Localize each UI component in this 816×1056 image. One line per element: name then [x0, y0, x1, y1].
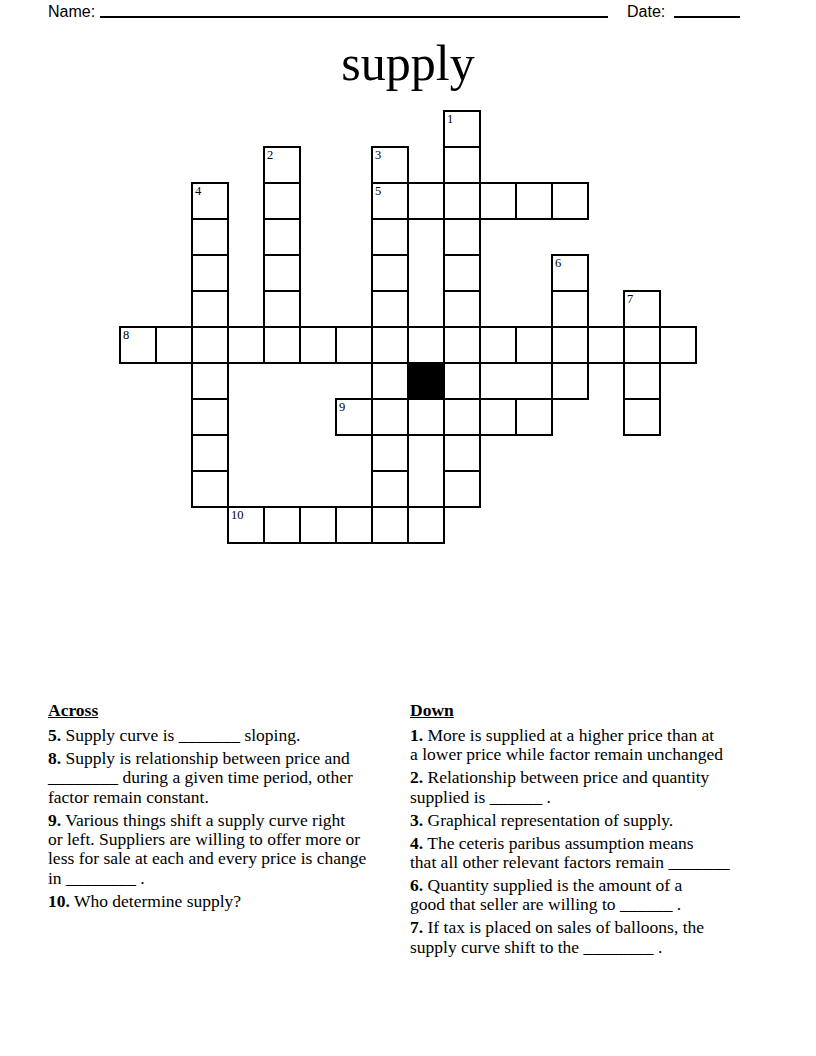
name-blank-line — [100, 16, 608, 18]
clue-number: 7. — [410, 917, 423, 937]
cell-number: 9 — [339, 400, 345, 414]
crossword-grid: 12345678910 — [119, 110, 697, 544]
cell-number: 6 — [555, 256, 561, 270]
cell-r4c12[interactable]: 6 — [551, 254, 589, 292]
clue-number: 3. — [410, 810, 423, 830]
cell-r3c4[interactable] — [263, 218, 301, 256]
cell-r11c8[interactable] — [407, 506, 445, 544]
cell-r10c2[interactable] — [191, 470, 229, 508]
down-clue-2: 2. Relationship between price and quanti… — [410, 768, 792, 807]
across-clues: Across 5. Supply curve is _______ slopin… — [48, 700, 426, 915]
clue-text: Supply is relationship between price and… — [48, 748, 353, 807]
cell-r2c9[interactable] — [443, 182, 481, 220]
cell-r10c9[interactable] — [443, 470, 481, 508]
cell-r1c7[interactable]: 3 — [371, 146, 409, 184]
clue-text: Supply curve is _______ sloping. — [66, 725, 301, 745]
cell-r2c4[interactable] — [263, 182, 301, 220]
cell-r11c6[interactable] — [335, 506, 373, 544]
cell-r8c6[interactable]: 9 — [335, 398, 373, 436]
across-clue-5: 5. Supply curve is _______ sloping. — [48, 726, 426, 745]
clue-text: Quantity supplied is the amount of a goo… — [410, 875, 682, 914]
cell-number: 3 — [375, 148, 381, 162]
cell-r8c8[interactable] — [407, 398, 445, 436]
cell-r9c2[interactable] — [191, 434, 229, 472]
clue-text: Various things shift a supply curve righ… — [48, 810, 366, 888]
down-clue-7: 7. If tax is placed on sales of balloons… — [410, 918, 792, 957]
cell-r6c4[interactable] — [263, 326, 301, 364]
cell-r7c12[interactable] — [551, 362, 589, 400]
cell-r8c11[interactable] — [515, 398, 553, 436]
clue-number: 1. — [410, 725, 423, 745]
across-clue-10: 10. Who determine supply? — [48, 892, 426, 911]
across-heading: Across — [48, 700, 426, 720]
down-clue-1: 1. More is supplied at a higher price th… — [410, 726, 792, 765]
cell-r4c4[interactable] — [263, 254, 301, 292]
cell-r6c0[interactable]: 8 — [119, 326, 157, 364]
cell-number: 2 — [267, 148, 273, 162]
cell-r9c9[interactable] — [443, 434, 481, 472]
cell-r11c4[interactable] — [263, 506, 301, 544]
cell-r5c9[interactable] — [443, 290, 481, 328]
cell-r5c12[interactable] — [551, 290, 589, 328]
cell-r6c5[interactable] — [299, 326, 337, 364]
cell-r6c8[interactable] — [407, 326, 445, 364]
clue-number: 4. — [410, 833, 423, 853]
cell-r7c2[interactable] — [191, 362, 229, 400]
cell-r6c14[interactable] — [623, 326, 661, 364]
cell-r6c1[interactable] — [155, 326, 193, 364]
clue-text: If tax is placed on sales of balloons, t… — [410, 917, 704, 956]
cell-r8c9[interactable] — [443, 398, 481, 436]
cell-r7c14[interactable] — [623, 362, 661, 400]
across-clue-9: 9. Various things shift a supply curve r… — [48, 811, 426, 889]
across-clue-8: 8. Supply is relationship between price … — [48, 749, 426, 807]
clue-text: Who determine supply? — [74, 891, 241, 911]
cell-r8c14[interactable] — [623, 398, 661, 436]
date-label: Date: — [627, 3, 665, 21]
clue-number: 10. — [48, 891, 70, 911]
down-heading: Down — [410, 700, 792, 720]
cell-r5c2[interactable] — [191, 290, 229, 328]
cell-r7c7[interactable] — [371, 362, 409, 400]
cell-r6c13[interactable] — [587, 326, 625, 364]
cell-r6c15[interactable] — [659, 326, 697, 364]
cell-r8c2[interactable] — [191, 398, 229, 436]
cell-r2c7[interactable]: 5 — [371, 182, 409, 220]
cell-number: 1 — [447, 112, 453, 126]
cell-r1c9[interactable] — [443, 146, 481, 184]
cell-number: 4 — [195, 184, 201, 198]
clue-number: 6. — [410, 875, 423, 895]
clue-number: 9. — [48, 810, 61, 830]
cell-r0c9[interactable]: 1 — [443, 110, 481, 148]
date-blank-line — [674, 16, 740, 18]
clue-text: Graphical representation of supply. — [428, 810, 674, 830]
cell-number: 10 — [231, 508, 244, 522]
puzzle-title: supply — [0, 36, 816, 90]
cell-r11c5[interactable] — [299, 506, 337, 544]
cell-r6c10[interactable] — [479, 326, 517, 364]
down-clues-list: 1. More is supplied at a higher price th… — [410, 726, 792, 957]
cell-r6c9[interactable] — [443, 326, 481, 364]
cell-r11c7[interactable] — [371, 506, 409, 544]
cell-r7c10[interactable] — [479, 362, 553, 400]
cell-r4c7[interactable] — [371, 254, 409, 292]
cell-r6c2[interactable] — [191, 326, 229, 364]
down-clue-6: 6. Quantity supplied is the amount of a … — [410, 876, 792, 915]
across-clues-list: 5. Supply curve is _______ sloping.8. Su… — [48, 726, 426, 911]
worksheet-page: { "game": "crossword", "worksheet": { "n… — [0, 0, 816, 1056]
cell-r5c4[interactable] — [263, 290, 301, 328]
cell-r3c9[interactable] — [443, 218, 481, 256]
cell-r9c7[interactable] — [371, 434, 409, 472]
cell-r8c10[interactable] — [479, 398, 517, 436]
cell-number: 5 — [375, 184, 381, 198]
cell-r4c9[interactable] — [443, 254, 481, 292]
cell-r6c6[interactable] — [335, 326, 373, 364]
down-clue-4: 4. The ceteris paribus assumption means … — [410, 834, 792, 873]
cell-r7c9[interactable] — [443, 362, 481, 400]
clue-number: 5. — [48, 725, 61, 745]
cell-r6c11[interactable] — [515, 326, 553, 364]
down-clues: Down 1. More is supplied at a higher pri… — [410, 700, 792, 960]
name-label: Name: — [48, 3, 95, 21]
cell-r3c7[interactable] — [371, 218, 409, 256]
cell-r2c12[interactable] — [551, 182, 589, 220]
black-cell — [407, 362, 445, 400]
cell-r10c7[interactable] — [371, 470, 409, 508]
cell-r9c8[interactable] — [407, 434, 445, 508]
clue-number: 2. — [410, 767, 423, 787]
cell-r11c3[interactable]: 10 — [227, 506, 265, 544]
cell-number: 8 — [123, 328, 129, 342]
cell-r4c2[interactable] — [191, 254, 229, 292]
cell-r2c10[interactable] — [479, 182, 517, 220]
cell-r2c2[interactable]: 4 — [191, 182, 229, 220]
cell-r8c7[interactable] — [371, 398, 409, 436]
cell-r6c3[interactable] — [227, 326, 265, 364]
cell-number: 7 — [627, 292, 633, 306]
down-clue-3: 3. Graphical representation of supply. — [410, 811, 792, 830]
clue-text: The ceteris paribus assumption means tha… — [410, 833, 730, 872]
cell-r3c2[interactable] — [191, 218, 229, 256]
cell-r6c7[interactable] — [371, 326, 409, 364]
cell-r2c11[interactable] — [515, 182, 553, 220]
cell-r6c12[interactable] — [551, 326, 589, 364]
cell-r5c14[interactable]: 7 — [623, 290, 661, 328]
clue-text: More is supplied at a higher price than … — [410, 725, 723, 764]
clue-text: Relationship between price and quantity … — [410, 767, 709, 806]
cell-r1c4[interactable]: 2 — [263, 146, 301, 184]
cell-r2c8[interactable] — [407, 182, 445, 220]
clue-number: 8. — [48, 748, 61, 768]
cell-r5c7[interactable] — [371, 290, 409, 328]
